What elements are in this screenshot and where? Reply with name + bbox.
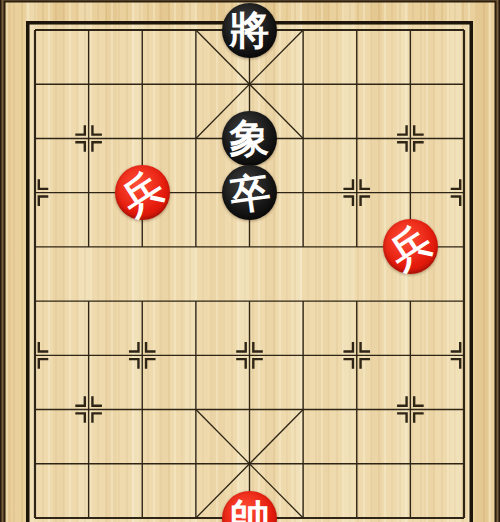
- piece-red-soldier-right[interactable]: 兵: [383, 219, 438, 274]
- piece-black-soldier[interactable]: 卒: [222, 165, 277, 220]
- piece-red-soldier-left[interactable]: 兵: [115, 165, 170, 220]
- piece-glyph: 將: [230, 10, 270, 50]
- piece-black-elephant[interactable]: 象: [222, 111, 277, 166]
- piece-red-general[interactable]: 帥: [222, 491, 277, 522]
- piece-glyph: 兵: [383, 219, 438, 274]
- piece-glyph: 象: [230, 118, 270, 158]
- piece-black-general[interactable]: 將: [222, 3, 277, 58]
- piece-glyph: 兵: [115, 165, 170, 220]
- xiangqi-board: 將象卒兵兵帥: [0, 0, 500, 522]
- pieces-layer: 將象卒兵兵帥: [0, 0, 500, 522]
- piece-glyph: 卒: [227, 170, 272, 215]
- piece-glyph: 帥: [230, 498, 270, 522]
